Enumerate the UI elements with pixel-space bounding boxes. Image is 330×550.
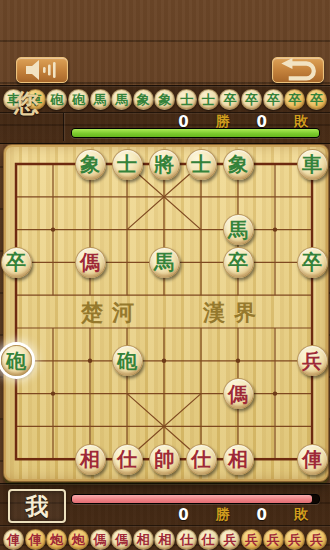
board-piece-black-c5r0[interactable]: 士 xyxy=(186,149,217,180)
board-piece-red-c5r9[interactable]: 仕 xyxy=(186,444,217,475)
board-piece-black-c0r6[interactable]: 砲 xyxy=(1,345,32,376)
board-piece-black-c0r3[interactable]: 卒 xyxy=(1,247,32,278)
captured-red-piece-4: 傌 xyxy=(90,529,111,550)
panel-divider xyxy=(0,525,330,526)
board-piece-black-c6r0[interactable]: 象 xyxy=(223,149,254,180)
captured-black-piece-8: 士 xyxy=(176,89,197,110)
board-piece-red-c3r9[interactable]: 仕 xyxy=(112,444,143,475)
captured-black-piece-4: 馬 xyxy=(90,89,111,110)
label-divider xyxy=(63,113,64,141)
xiangqi-board[interactable]: 楚河 漢界 象士將士象車馬卒傌馬卒卒砲砲兵傌相仕帥仕相俥 xyxy=(3,144,329,482)
back-button[interactable] xyxy=(272,57,324,83)
speaker-volume-icon xyxy=(22,59,62,81)
captured-red-piece-2-captured: 炮 xyxy=(46,529,67,550)
player-health-bar xyxy=(71,494,320,504)
player-losses-count: 0 xyxy=(257,506,267,524)
captured-red-piece-9: 仕 xyxy=(198,529,219,550)
board-piece-black-c3r6[interactable]: 砲 xyxy=(112,345,143,376)
captured-black-piece-3: 砲 xyxy=(68,89,89,110)
board-piece-red-c4r9[interactable]: 帥 xyxy=(149,444,180,475)
river-label-left: 楚河 xyxy=(81,296,143,328)
river-label-right: 漢界 xyxy=(203,296,265,328)
board-piece-red-c2r3[interactable]: 傌 xyxy=(75,247,106,278)
board-piece-red-c8r6[interactable]: 兵 xyxy=(297,345,328,376)
captured-red-piece-11-captured: 兵 xyxy=(241,529,262,550)
player-label: 我 xyxy=(26,491,49,522)
undo-arrow-icon xyxy=(277,57,319,83)
captured-black-piece-9: 士 xyxy=(198,89,219,110)
captured-red-piece-1-captured: 俥 xyxy=(25,529,46,550)
player-losses-label: 敗 xyxy=(294,506,308,524)
captured-black-piece-10: 卒 xyxy=(219,89,240,110)
captured-black-piece-11: 卒 xyxy=(241,89,262,110)
player-health-fill xyxy=(72,495,312,503)
captured-red-piece-10: 兵 xyxy=(219,529,240,550)
player-wins-count: 0 xyxy=(178,506,188,524)
opponent-health-bar xyxy=(71,128,320,138)
panel-divider xyxy=(0,112,330,113)
board-piece-black-c8r3[interactable]: 卒 xyxy=(297,247,328,278)
captured-black-piece-12: 卒 xyxy=(263,89,284,110)
board-piece-black-c6r3[interactable]: 卒 xyxy=(223,247,254,278)
captured-red-piece-13-captured: 兵 xyxy=(284,529,305,550)
captured-black-piece-5: 馬 xyxy=(111,89,132,110)
captured-black-piece-6: 象 xyxy=(133,89,154,110)
player-panel: 我 0 勝 0 敗 俥俥炮炮傌傌相相仕仕兵兵兵兵兵 xyxy=(0,483,330,550)
player-wins-label: 勝 xyxy=(216,506,230,524)
board-piece-black-c4r3[interactable]: 馬 xyxy=(149,247,180,278)
captured-red-piece-5: 傌 xyxy=(111,529,132,550)
opponent-captured-tray: 車車砲砲馬馬象象士士卒卒卒卒卒 xyxy=(3,88,327,110)
captured-red-piece-3-captured: 炮 xyxy=(68,529,89,550)
opponent-label: 您 xyxy=(14,87,39,120)
board-piece-red-c6r9[interactable]: 相 xyxy=(223,444,254,475)
board-grid xyxy=(4,145,328,481)
player-score: 0 勝 0 敗 xyxy=(71,507,318,523)
captured-red-piece-14-captured: 兵 xyxy=(306,529,327,550)
captured-red-piece-6: 相 xyxy=(133,529,154,550)
player-label-box: 我 xyxy=(8,489,66,523)
sound-button[interactable] xyxy=(16,57,68,83)
board-piece-black-c4r0[interactable]: 將 xyxy=(149,149,180,180)
player-captured-tray: 俥俥炮炮傌傌相相仕仕兵兵兵兵兵 xyxy=(3,528,327,550)
board-piece-red-c8r9[interactable]: 俥 xyxy=(297,444,328,475)
board-piece-red-c2r9[interactable]: 相 xyxy=(75,444,106,475)
opponent-health-fill xyxy=(72,129,319,137)
board-piece-black-c2r0[interactable]: 象 xyxy=(75,149,106,180)
captured-black-piece-13-captured: 卒 xyxy=(284,89,305,110)
xiangqi-app-screen: 車車砲砲馬馬象象士士卒卒卒卒卒 您 0 勝 0 敗 xyxy=(0,0,330,550)
board-piece-red-c6r7[interactable]: 傌 xyxy=(223,378,254,409)
captured-black-piece-7: 象 xyxy=(154,89,175,110)
captured-red-piece-8: 仕 xyxy=(176,529,197,550)
captured-black-piece-2: 砲 xyxy=(46,89,67,110)
board-piece-black-c3r0[interactable]: 士 xyxy=(112,149,143,180)
board-piece-black-c8r0[interactable]: 車 xyxy=(297,149,328,180)
captured-black-piece-14-captured: 卒 xyxy=(306,89,327,110)
captured-red-piece-7: 相 xyxy=(154,529,175,550)
captured-red-piece-0: 俥 xyxy=(3,529,24,550)
board-piece-black-c6r2[interactable]: 馬 xyxy=(223,214,254,245)
opponent-panel: 車車砲砲馬馬象象士士卒卒卒卒卒 您 0 勝 0 敗 xyxy=(0,85,330,144)
captured-red-piece-12-captured: 兵 xyxy=(263,529,284,550)
